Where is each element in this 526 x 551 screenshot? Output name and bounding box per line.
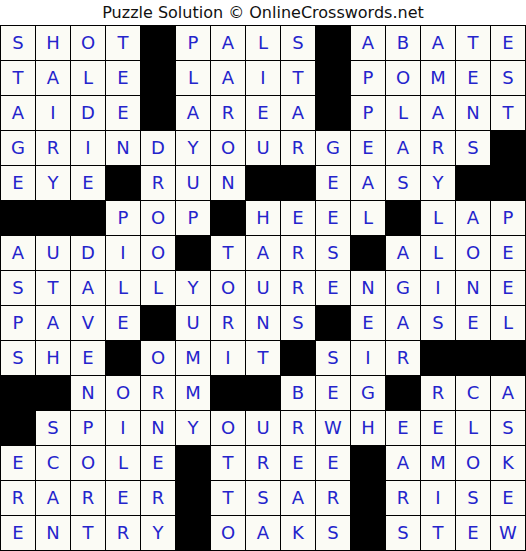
- letter-cell-r10c3: E: [71, 341, 105, 375]
- letter-cell-r9c11: E: [351, 306, 385, 340]
- letter-cell-r5c11: A: [351, 166, 385, 200]
- letter-cell-r8c15: E: [491, 271, 525, 305]
- letter-cell-r12c14: L: [456, 411, 490, 445]
- block-cell-r6c3: [71, 201, 105, 235]
- letter-cell-r9c6: U: [176, 306, 210, 340]
- letter-cell-r2c2: A: [36, 61, 70, 95]
- letter-cell-r7c5: O: [141, 236, 175, 270]
- letter-cell-r13c2: C: [36, 446, 70, 480]
- letter-cell-r10c2: H: [36, 341, 70, 375]
- letter-cell-r14c3: R: [71, 481, 105, 515]
- letter-cell-r14c5: R: [141, 481, 175, 515]
- letter-cell-r3c6: A: [176, 96, 210, 130]
- letter-cell-r1c6: P: [176, 26, 210, 60]
- block-cell-r7c6: [176, 236, 210, 270]
- letter-cell-r1c1: S: [1, 26, 35, 60]
- letter-cell-r9c13: S: [421, 306, 455, 340]
- letter-cell-r11c10: E: [316, 376, 350, 410]
- letter-cell-r12c10: W: [316, 411, 350, 445]
- letter-cell-r3c3: D: [71, 96, 105, 130]
- letter-cell-r14c2: A: [36, 481, 70, 515]
- letter-cell-r11c4: O: [106, 376, 140, 410]
- letter-cell-r1c11: A: [351, 26, 385, 60]
- letter-cell-r2c4: E: [106, 61, 140, 95]
- letter-cell-r4c10: G: [316, 131, 350, 165]
- letter-cell-r3c1: A: [1, 96, 35, 130]
- letter-cell-r12c8: U: [246, 411, 280, 445]
- letter-cell-r5c7: N: [211, 166, 245, 200]
- block-cell-r10c15: [491, 341, 525, 375]
- block-cell-r6c1: [1, 201, 35, 235]
- block-cell-r5c14: [456, 166, 490, 200]
- letter-cell-r13c8: R: [246, 446, 280, 480]
- letter-cell-r5c6: U: [176, 166, 210, 200]
- block-cell-r10c14: [456, 341, 490, 375]
- letter-cell-r5c2: Y: [36, 166, 70, 200]
- letter-cell-r8c8: U: [246, 271, 280, 305]
- letter-cell-r10c6: M: [176, 341, 210, 375]
- block-cell-r6c12: [386, 201, 420, 235]
- letter-cell-r14c12: R: [386, 481, 420, 515]
- letter-cell-r8c6: Y: [176, 271, 210, 305]
- letter-cell-r11c15: A: [491, 376, 525, 410]
- letter-cell-r4c11: E: [351, 131, 385, 165]
- block-cell-r15c6: [176, 516, 210, 550]
- block-cell-r3c5: [141, 96, 175, 130]
- letter-cell-r12c5: N: [141, 411, 175, 445]
- block-cell-r10c4: [106, 341, 140, 375]
- letter-cell-r11c13: R: [421, 376, 455, 410]
- block-cell-r11c12: [386, 376, 420, 410]
- letter-cell-r14c1: R: [1, 481, 35, 515]
- letter-cell-r7c1: A: [1, 236, 35, 270]
- letter-cell-r7c3: D: [71, 236, 105, 270]
- block-cell-r3c10: [316, 96, 350, 130]
- block-cell-r11c1: [1, 376, 35, 410]
- letter-cell-r2c3: L: [71, 61, 105, 95]
- letter-cell-r9c14: E: [456, 306, 490, 340]
- letter-cell-r11c14: C: [456, 376, 490, 410]
- letter-cell-r3c15: T: [491, 96, 525, 130]
- letter-cell-r15c12: S: [386, 516, 420, 550]
- letter-cell-r3c8: E: [246, 96, 280, 130]
- letter-cell-r3c2: I: [36, 96, 70, 130]
- block-cell-r10c9: [281, 341, 315, 375]
- letter-cell-r1c15: E: [491, 26, 525, 60]
- letter-cell-r1c14: T: [456, 26, 490, 60]
- letter-cell-r8c1: S: [1, 271, 35, 305]
- letter-cell-r4c2: R: [36, 131, 70, 165]
- letter-cell-r12c13: E: [421, 411, 455, 445]
- letter-cell-r13c12: A: [386, 446, 420, 480]
- letter-cell-r14c15: E: [491, 481, 525, 515]
- letter-cell-r9c1: P: [1, 306, 35, 340]
- letter-cell-r5c13: Y: [421, 166, 455, 200]
- block-cell-r11c2: [36, 376, 70, 410]
- letter-cell-r9c12: A: [386, 306, 420, 340]
- page-title: Puzzle Solution © OnlineCrosswords.net: [0, 0, 526, 25]
- letter-cell-r10c1: S: [1, 341, 35, 375]
- letter-cell-r5c3: E: [71, 166, 105, 200]
- block-cell-r1c10: [316, 26, 350, 60]
- letter-cell-r1c2: H: [36, 26, 70, 60]
- letter-cell-r8c3: A: [71, 271, 105, 305]
- letter-cell-r15c4: R: [106, 516, 140, 550]
- letter-cell-r11c3: N: [71, 376, 105, 410]
- letter-cell-r7c10: S: [316, 236, 350, 270]
- letter-cell-r9c9: S: [281, 306, 315, 340]
- letter-cell-r12c2: S: [36, 411, 70, 445]
- letter-cell-r1c9: S: [281, 26, 315, 60]
- block-cell-r5c4: [106, 166, 140, 200]
- letter-cell-r7c13: L: [421, 236, 455, 270]
- block-cell-r6c7: [211, 201, 245, 235]
- letter-cell-r8c11: N: [351, 271, 385, 305]
- letter-cell-r9c3: V: [71, 306, 105, 340]
- letter-cell-r15c15: W: [491, 516, 525, 550]
- letter-cell-r1c12: B: [386, 26, 420, 60]
- letter-cell-r10c11: I: [351, 341, 385, 375]
- letter-cell-r12c7: O: [211, 411, 245, 445]
- block-cell-r13c11: [351, 446, 385, 480]
- letter-cell-r3c14: N: [456, 96, 490, 130]
- letter-cell-r12c3: P: [71, 411, 105, 445]
- block-cell-r15c11: [351, 516, 385, 550]
- letter-cell-r4c3: I: [71, 131, 105, 165]
- letter-cell-r3c7: R: [211, 96, 245, 130]
- letter-cell-r8c5: L: [141, 271, 175, 305]
- letter-cell-r9c15: L: [491, 306, 525, 340]
- block-cell-r14c6: [176, 481, 210, 515]
- puzzle-solution-page: Puzzle Solution © OnlineCrosswords.net S…: [0, 0, 526, 551]
- letter-cell-r7c9: R: [281, 236, 315, 270]
- letter-cell-r9c4: E: [106, 306, 140, 340]
- letter-cell-r4c9: R: [281, 131, 315, 165]
- letter-cell-r7c8: A: [246, 236, 280, 270]
- letter-cell-r3c4: E: [106, 96, 140, 130]
- letter-cell-r2c1: T: [1, 61, 35, 95]
- letter-cell-r14c4: E: [106, 481, 140, 515]
- letter-cell-r15c2: N: [36, 516, 70, 550]
- block-cell-r13c6: [176, 446, 210, 480]
- block-cell-r2c5: [141, 61, 175, 95]
- letter-cell-r14c10: R: [316, 481, 350, 515]
- letter-cell-r6c14: A: [456, 201, 490, 235]
- block-cell-r9c10: [316, 306, 350, 340]
- block-cell-r5c8: [246, 166, 280, 200]
- letter-cell-r2c15: S: [491, 61, 525, 95]
- letter-cell-r1c13: A: [421, 26, 455, 60]
- block-cell-r4c15: [491, 131, 525, 165]
- letter-cell-r7c7: T: [211, 236, 245, 270]
- letter-cell-r2c7: A: [211, 61, 245, 95]
- block-cell-r7c11: [351, 236, 385, 270]
- block-cell-r11c8: [246, 376, 280, 410]
- letter-cell-r14c9: A: [281, 481, 315, 515]
- letter-cell-r8c4: L: [106, 271, 140, 305]
- letter-cell-r13c5: E: [141, 446, 175, 480]
- letter-cell-r15c1: E: [1, 516, 35, 550]
- block-cell-r11c7: [211, 376, 245, 410]
- letter-cell-r2c6: L: [176, 61, 210, 95]
- letter-cell-r13c10: E: [316, 446, 350, 480]
- letter-cell-r10c12: R: [386, 341, 420, 375]
- letter-cell-r2c8: I: [246, 61, 280, 95]
- letter-cell-r13c15: K: [491, 446, 525, 480]
- letter-cell-r12c6: Y: [176, 411, 210, 445]
- letter-cell-r7c15: E: [491, 236, 525, 270]
- letter-cell-r15c5: Y: [141, 516, 175, 550]
- letter-cell-r12c12: E: [386, 411, 420, 445]
- letter-cell-r2c13: M: [421, 61, 455, 95]
- letter-cell-r8c9: R: [281, 271, 315, 305]
- letter-cell-r14c7: T: [211, 481, 245, 515]
- letter-cell-r5c10: E: [316, 166, 350, 200]
- letter-cell-r8c2: T: [36, 271, 70, 305]
- block-cell-r14c11: [351, 481, 385, 515]
- letter-cell-r15c13: T: [421, 516, 455, 550]
- letter-cell-r5c1: E: [1, 166, 35, 200]
- letter-cell-r4c6: Y: [176, 131, 210, 165]
- letter-cell-r4c12: A: [386, 131, 420, 165]
- letter-cell-r2c14: E: [456, 61, 490, 95]
- letter-cell-r14c14: S: [456, 481, 490, 515]
- letter-cell-r13c1: E: [1, 446, 35, 480]
- letter-cell-r6c9: E: [281, 201, 315, 235]
- letter-cell-r4c7: O: [211, 131, 245, 165]
- letter-cell-r1c7: A: [211, 26, 245, 60]
- letter-cell-r6c10: E: [316, 201, 350, 235]
- letter-cell-r1c3: O: [71, 26, 105, 60]
- letter-cell-r15c10: S: [316, 516, 350, 550]
- letter-cell-r10c5: O: [141, 341, 175, 375]
- letter-cell-r4c4: N: [106, 131, 140, 165]
- letter-cell-r10c7: I: [211, 341, 245, 375]
- block-cell-r6c2: [36, 201, 70, 235]
- letter-cell-r6c5: O: [141, 201, 175, 235]
- block-cell-r5c9: [281, 166, 315, 200]
- letter-cell-r2c11: P: [351, 61, 385, 95]
- block-cell-r9c5: [141, 306, 175, 340]
- block-cell-r10c13: [421, 341, 455, 375]
- letter-cell-r1c4: T: [106, 26, 140, 60]
- letter-cell-r4c13: R: [421, 131, 455, 165]
- letter-cell-r4c5: D: [141, 131, 175, 165]
- letter-cell-r11c5: R: [141, 376, 175, 410]
- letter-cell-r13c14: O: [456, 446, 490, 480]
- letter-cell-r8c13: I: [421, 271, 455, 305]
- letter-cell-r6c15: P: [491, 201, 525, 235]
- letter-cell-r10c10: S: [316, 341, 350, 375]
- letter-cell-r6c13: L: [421, 201, 455, 235]
- block-cell-r1c5: [141, 26, 175, 60]
- letter-cell-r2c12: O: [386, 61, 420, 95]
- letter-cell-r5c12: S: [386, 166, 420, 200]
- letter-cell-r5c5: R: [141, 166, 175, 200]
- letter-cell-r7c2: U: [36, 236, 70, 270]
- letter-cell-r7c4: I: [106, 236, 140, 270]
- letter-cell-r3c9: A: [281, 96, 315, 130]
- letter-cell-r15c8: A: [246, 516, 280, 550]
- letter-cell-r13c9: E: [281, 446, 315, 480]
- letter-cell-r12c15: S: [491, 411, 525, 445]
- letter-cell-r12c9: R: [281, 411, 315, 445]
- letter-cell-r15c9: K: [281, 516, 315, 550]
- letter-cell-r13c3: O: [71, 446, 105, 480]
- letter-cell-r1c8: L: [246, 26, 280, 60]
- letter-cell-r6c11: L: [351, 201, 385, 235]
- letter-cell-r9c7: R: [211, 306, 245, 340]
- letter-cell-r8c12: G: [386, 271, 420, 305]
- letter-cell-r7c14: O: [456, 236, 490, 270]
- letter-cell-r7c12: A: [386, 236, 420, 270]
- letter-cell-r2c9: T: [281, 61, 315, 95]
- letter-cell-r6c6: P: [176, 201, 210, 235]
- letter-cell-r11c6: M: [176, 376, 210, 410]
- letter-cell-r9c2: A: [36, 306, 70, 340]
- letter-cell-r6c8: H: [246, 201, 280, 235]
- letter-cell-r8c10: E: [316, 271, 350, 305]
- letter-cell-r13c4: L: [106, 446, 140, 480]
- crossword-grid: SHOTPALSABATETALELAITPOMESAIDEAREAPLANTG…: [0, 25, 526, 551]
- letter-cell-r6c4: P: [106, 201, 140, 235]
- letter-cell-r13c13: M: [421, 446, 455, 480]
- letter-cell-r3c13: A: [421, 96, 455, 130]
- block-cell-r12c1: [1, 411, 35, 445]
- letter-cell-r4c14: S: [456, 131, 490, 165]
- letter-cell-r12c4: I: [106, 411, 140, 445]
- letter-cell-r4c8: U: [246, 131, 280, 165]
- letter-cell-r4c1: G: [1, 131, 35, 165]
- letter-cell-r3c12: L: [386, 96, 420, 130]
- letter-cell-r11c11: G: [351, 376, 385, 410]
- letter-cell-r8c7: O: [211, 271, 245, 305]
- letter-cell-r15c3: T: [71, 516, 105, 550]
- letter-cell-r3c11: P: [351, 96, 385, 130]
- letter-cell-r14c8: S: [246, 481, 280, 515]
- letter-cell-r15c14: E: [456, 516, 490, 550]
- block-cell-r2c10: [316, 61, 350, 95]
- letter-cell-r13c7: T: [211, 446, 245, 480]
- letter-cell-r8c14: N: [456, 271, 490, 305]
- letter-cell-r14c13: I: [421, 481, 455, 515]
- letter-cell-r11c9: B: [281, 376, 315, 410]
- letter-cell-r9c8: N: [246, 306, 280, 340]
- letter-cell-r12c11: H: [351, 411, 385, 445]
- letter-cell-r10c8: T: [246, 341, 280, 375]
- letter-cell-r15c7: O: [211, 516, 245, 550]
- block-cell-r5c15: [491, 166, 525, 200]
